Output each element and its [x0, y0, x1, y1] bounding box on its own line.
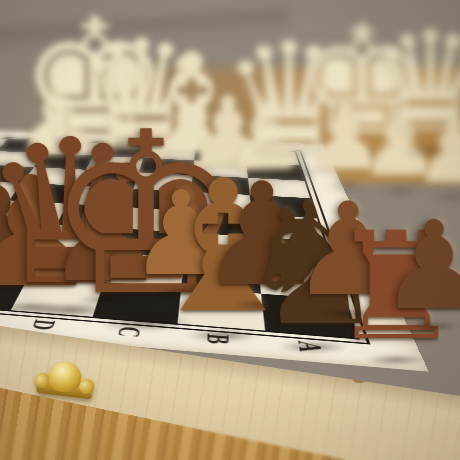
piece-shadow: [408, 322, 459, 331]
photo-scene: HGFEDCBA ♟︎♚︎♛︎♝︎♟︎♟︎♛︎♚︎♟︎♟︎♛︎♟︎ ♟︎♟︎♛︎…: [0, 0, 460, 460]
piece-shadow: [365, 355, 427, 365]
wood-knot: [352, 374, 368, 383]
brass-latch: [35, 360, 95, 402]
latch-scroll-right: [79, 379, 94, 394]
dark-pawn: ♟︎: [379, 205, 460, 327]
table-foreground-blur: [0, 414, 460, 460]
